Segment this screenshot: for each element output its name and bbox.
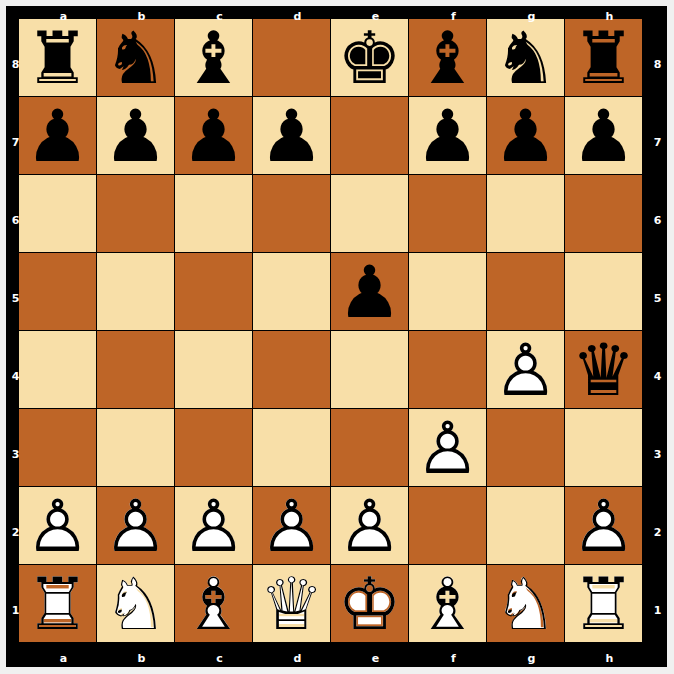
black-rook-glyph: ♜: [19, 19, 96, 96]
square-d7[interactable]: ♟: [253, 97, 330, 174]
piece-white-bishop-f1[interactable]: ♝♗: [409, 565, 486, 642]
square-b7[interactable]: ♟: [97, 97, 174, 174]
square-b4[interactable]: [97, 331, 174, 408]
square-e6[interactable]: [331, 175, 408, 252]
file-label-g-bottom: g: [528, 651, 536, 664]
piece-black-pawn-b7[interactable]: ♟: [97, 97, 174, 174]
square-f4[interactable]: [409, 331, 486, 408]
square-h8[interactable]: ♜: [565, 19, 642, 96]
square-e7[interactable]: [331, 97, 408, 174]
file-label-h-bottom: h: [606, 651, 614, 664]
piece-black-bishop-c8[interactable]: ♝: [175, 19, 252, 96]
piece-white-rook-a1[interactable]: ♜♖: [19, 565, 96, 642]
piece-black-bishop-f8[interactable]: ♝: [409, 19, 486, 96]
square-d4[interactable]: [253, 331, 330, 408]
black-pawn-glyph: ♟: [565, 97, 642, 174]
piece-black-knight-g8[interactable]: ♞: [487, 19, 564, 96]
white-king-outline-glyph: ♔: [331, 565, 408, 642]
rank-label-6-right: 6: [654, 213, 662, 226]
piece-black-pawn-h7[interactable]: ♟: [565, 97, 642, 174]
square-a2[interactable]: ♟♙: [19, 487, 96, 564]
square-b3[interactable]: [97, 409, 174, 486]
piece-black-pawn-g7[interactable]: ♟: [487, 97, 564, 174]
square-g4[interactable]: ♟♙: [487, 331, 564, 408]
black-pawn-glyph: ♟: [487, 97, 564, 174]
rank-label-3-right: 3: [654, 447, 662, 460]
black-pawn-glyph: ♟: [97, 97, 174, 174]
black-rook-glyph: ♜: [565, 19, 642, 96]
square-g3[interactable]: [487, 409, 564, 486]
white-rook-outline-glyph: ♖: [565, 565, 642, 642]
piece-black-pawn-a7[interactable]: ♟: [19, 97, 96, 174]
rank-label-7-left: 7: [12, 135, 20, 148]
square-g7[interactable]: ♟: [487, 97, 564, 174]
rank-label-4-right: 4: [654, 369, 662, 382]
rank-label-5-right: 5: [654, 291, 662, 304]
square-a5[interactable]: [19, 253, 96, 330]
piece-black-pawn-c7[interactable]: ♟: [175, 97, 252, 174]
rank-label-2-left: 2: [12, 525, 20, 538]
piece-black-rook-a8[interactable]: ♜: [19, 19, 96, 96]
square-e5[interactable]: ♟: [331, 253, 408, 330]
black-king-glyph: ♚: [331, 19, 408, 96]
rank-label-5-left: 5: [12, 291, 20, 304]
file-label-e-top: e: [372, 9, 379, 22]
square-c7[interactable]: ♟: [175, 97, 252, 174]
black-pawn-glyph: ♟: [175, 97, 252, 174]
black-pawn-glyph: ♟: [331, 253, 408, 330]
black-queen-glyph: ♛: [565, 331, 642, 408]
square-c8[interactable]: ♝: [175, 19, 252, 96]
piece-white-king-e1[interactable]: ♚♔: [331, 565, 408, 642]
piece-white-knight-b1[interactable]: ♞♘: [97, 565, 174, 642]
piece-white-pawn-c2[interactable]: ♟♙: [175, 487, 252, 564]
square-a6[interactable]: [19, 175, 96, 252]
square-a1[interactable]: ♜♖: [19, 565, 96, 642]
file-label-h-top: h: [606, 9, 614, 22]
white-pawn-outline-glyph: ♙: [19, 487, 96, 564]
rank-label-4-left: 4: [12, 369, 20, 382]
white-pawn-outline-glyph: ♙: [487, 331, 564, 408]
square-c3[interactable]: [175, 409, 252, 486]
square-f2[interactable]: [409, 487, 486, 564]
file-label-a-top: a: [60, 9, 67, 22]
square-h3[interactable]: [565, 409, 642, 486]
piece-black-pawn-d7[interactable]: ♟: [253, 97, 330, 174]
square-f3[interactable]: ♟♙: [409, 409, 486, 486]
chess-app: ♜♞♝♚♝♞♜♟♟♟♟♟♟♟♟♟♙♛♟♙♟♙♟♙♟♙♟♙♟♙♟♙♜♖♞♘♝♗♛♕…: [0, 0, 674, 674]
piece-white-pawn-g4[interactable]: ♟♙: [487, 331, 564, 408]
piece-black-rook-h8[interactable]: ♜: [565, 19, 642, 96]
rank-label-8-right: 8: [654, 57, 662, 70]
file-label-g-top: g: [528, 9, 536, 22]
square-d5[interactable]: [253, 253, 330, 330]
square-f8[interactable]: ♝: [409, 19, 486, 96]
piece-white-pawn-h2[interactable]: ♟♙: [565, 487, 642, 564]
file-label-b-top: b: [138, 9, 146, 22]
square-g8[interactable]: ♞: [487, 19, 564, 96]
file-label-f-bottom: f: [451, 651, 456, 664]
square-e3[interactable]: [331, 409, 408, 486]
square-d8[interactable]: [253, 19, 330, 96]
square-a3[interactable]: [19, 409, 96, 486]
square-f7[interactable]: ♟: [409, 97, 486, 174]
square-b6[interactable]: [97, 175, 174, 252]
white-pawn-outline-glyph: ♙: [253, 487, 330, 564]
square-h6[interactable]: [565, 175, 642, 252]
rank-label-1-right: 1: [654, 603, 662, 616]
file-label-b-bottom: b: [138, 651, 146, 664]
square-b2[interactable]: ♟♙: [97, 487, 174, 564]
square-g5[interactable]: [487, 253, 564, 330]
white-pawn-outline-glyph: ♙: [97, 487, 174, 564]
file-label-e-bottom: e: [372, 651, 379, 664]
square-f6[interactable]: [409, 175, 486, 252]
rank-label-8-left: 8: [12, 57, 20, 70]
square-e4[interactable]: [331, 331, 408, 408]
piece-white-pawn-f3[interactable]: ♟♙: [409, 409, 486, 486]
white-pawn-outline-glyph: ♙: [175, 487, 252, 564]
square-e2[interactable]: ♟♙: [331, 487, 408, 564]
square-a7[interactable]: ♟: [19, 97, 96, 174]
square-b5[interactable]: [97, 253, 174, 330]
rank-label-7-right: 7: [654, 135, 662, 148]
piece-black-queen-h4[interactable]: ♛: [565, 331, 642, 408]
rank-label-6-left: 6: [12, 213, 20, 226]
file-label-a-bottom: a: [60, 651, 67, 664]
square-d1[interactable]: ♛♕: [253, 565, 330, 642]
piece-white-pawn-b2[interactable]: ♟♙: [97, 487, 174, 564]
square-c6[interactable]: [175, 175, 252, 252]
piece-white-bishop-c1[interactable]: ♝♗: [175, 565, 252, 642]
piece-black-knight-b8[interactable]: ♞: [97, 19, 174, 96]
square-f5[interactable]: [409, 253, 486, 330]
black-knight-glyph: ♞: [97, 19, 174, 96]
square-a8[interactable]: ♜: [19, 19, 96, 96]
square-g6[interactable]: [487, 175, 564, 252]
file-label-d-top: d: [294, 9, 302, 22]
square-h1[interactable]: ♜♖: [565, 565, 642, 642]
file-label-c-top: c: [216, 9, 223, 22]
square-d2[interactable]: ♟♙: [253, 487, 330, 564]
square-d3[interactable]: [253, 409, 330, 486]
black-knight-glyph: ♞: [487, 19, 564, 96]
black-pawn-glyph: ♟: [19, 97, 96, 174]
square-e8[interactable]: ♚: [331, 19, 408, 96]
square-c4[interactable]: [175, 331, 252, 408]
white-knight-outline-glyph: ♘: [97, 565, 174, 642]
square-c1[interactable]: ♝♗: [175, 565, 252, 642]
piece-white-pawn-a2[interactable]: ♟♙: [19, 487, 96, 564]
piece-white-rook-h1[interactable]: ♜♖: [565, 565, 642, 642]
piece-black-king-e8[interactable]: ♚: [331, 19, 408, 96]
black-pawn-glyph: ♟: [409, 97, 486, 174]
square-c5[interactable]: [175, 253, 252, 330]
white-pawn-outline-glyph: ♙: [331, 487, 408, 564]
black-bishop-glyph: ♝: [409, 19, 486, 96]
chess-board: ♜♞♝♚♝♞♜♟♟♟♟♟♟♟♟♟♙♛♟♙♟♙♟♙♟♙♟♙♟♙♟♙♜♖♞♘♝♗♛♕…: [19, 19, 642, 642]
piece-white-pawn-d2[interactable]: ♟♙: [253, 487, 330, 564]
white-pawn-outline-glyph: ♙: [409, 409, 486, 486]
square-h7[interactable]: ♟: [565, 97, 642, 174]
black-pawn-glyph: ♟: [253, 97, 330, 174]
piece-white-pawn-e2[interactable]: ♟♙: [331, 487, 408, 564]
white-bishop-outline-glyph: ♗: [175, 565, 252, 642]
rank-label-3-left: 3: [12, 447, 20, 460]
white-queen-outline-glyph: ♕: [253, 565, 330, 642]
piece-white-queen-d1[interactable]: ♛♕: [253, 565, 330, 642]
square-a4[interactable]: [19, 331, 96, 408]
piece-white-knight-g1[interactable]: ♞♘: [487, 565, 564, 642]
square-h2[interactable]: ♟♙: [565, 487, 642, 564]
square-d6[interactable]: [253, 175, 330, 252]
square-h5[interactable]: [565, 253, 642, 330]
white-bishop-outline-glyph: ♗: [409, 565, 486, 642]
white-rook-outline-glyph: ♖: [19, 565, 96, 642]
piece-black-pawn-f7[interactable]: ♟: [409, 97, 486, 174]
rank-label-1-left: 1: [12, 603, 20, 616]
piece-black-pawn-e5[interactable]: ♟: [331, 253, 408, 330]
square-f1[interactable]: ♝♗: [409, 565, 486, 642]
square-b1[interactable]: ♞♘: [97, 565, 174, 642]
file-label-c-bottom: c: [216, 651, 223, 664]
file-label-d-bottom: d: [294, 651, 302, 664]
file-label-f-top: f: [451, 9, 456, 22]
white-knight-outline-glyph: ♘: [487, 565, 564, 642]
square-g1[interactable]: ♞♘: [487, 565, 564, 642]
rank-label-2-right: 2: [654, 525, 662, 538]
square-h4[interactable]: ♛: [565, 331, 642, 408]
white-pawn-outline-glyph: ♙: [565, 487, 642, 564]
black-bishop-glyph: ♝: [175, 19, 252, 96]
square-c2[interactable]: ♟♙: [175, 487, 252, 564]
square-e1[interactable]: ♚♔: [331, 565, 408, 642]
square-b8[interactable]: ♞: [97, 19, 174, 96]
square-g2[interactable]: [487, 487, 564, 564]
